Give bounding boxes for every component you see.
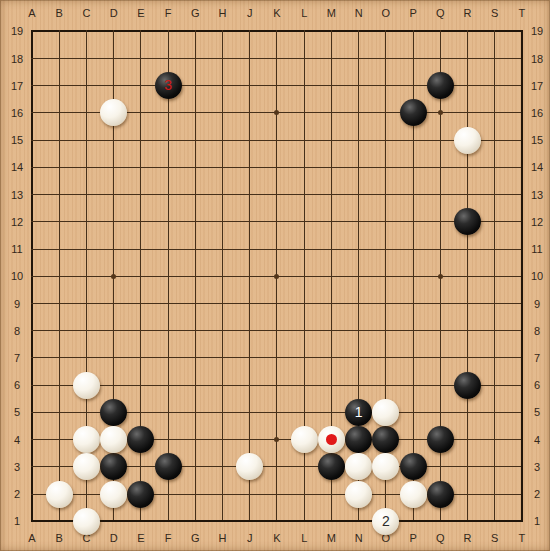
column-label-top: B	[47, 6, 71, 20]
column-label-bottom: D	[102, 531, 126, 545]
row-label-right: 8	[525, 324, 549, 338]
row-label-left: 3	[5, 460, 29, 474]
black-stone[interactable]	[372, 426, 399, 453]
column-label-top: L	[292, 6, 316, 20]
row-label-right: 19	[525, 24, 549, 38]
row-label-right: 9	[525, 297, 549, 311]
white-stone[interactable]	[100, 481, 127, 508]
row-label-left: 6	[5, 378, 29, 392]
row-label-right: 4	[525, 433, 549, 447]
black-stone[interactable]	[427, 481, 454, 508]
column-label-top: Q	[428, 6, 452, 20]
white-stone[interactable]	[100, 99, 127, 126]
row-label-left: 10	[5, 269, 29, 283]
white-stone[interactable]	[400, 481, 427, 508]
black-stone[interactable]: 3	[155, 72, 182, 99]
white-stone[interactable]	[100, 426, 127, 453]
row-label-left: 9	[5, 297, 29, 311]
black-stone[interactable]	[454, 208, 481, 235]
row-label-right: 2	[525, 487, 549, 501]
row-label-right: 15	[525, 133, 549, 147]
black-stone[interactable]	[400, 453, 427, 480]
row-label-left: 17	[5, 79, 29, 93]
column-label-bottom: B	[47, 531, 71, 545]
black-stone[interactable]	[427, 426, 454, 453]
column-label-bottom: E	[129, 531, 153, 545]
column-label-top: G	[183, 6, 207, 20]
column-label-bottom: P	[401, 531, 425, 545]
white-stone[interactable]	[345, 481, 372, 508]
column-label-top: R	[456, 6, 480, 20]
row-label-right: 14	[525, 160, 549, 174]
row-label-right: 18	[525, 52, 549, 66]
white-stone[interactable]	[73, 426, 100, 453]
row-label-left: 13	[5, 188, 29, 202]
column-label-top: F	[156, 6, 180, 20]
column-label-bottom: J	[238, 531, 262, 545]
black-stone[interactable]	[100, 399, 127, 426]
black-stone[interactable]	[127, 426, 154, 453]
grid-line-vertical	[521, 30, 523, 522]
column-label-top: D	[102, 6, 126, 20]
grid-line-horizontal	[31, 357, 523, 358]
star-point	[438, 110, 443, 115]
grid-line-horizontal	[31, 385, 523, 386]
white-stone[interactable]	[236, 453, 263, 480]
white-stone[interactable]	[372, 453, 399, 480]
row-label-right: 7	[525, 351, 549, 365]
black-stone[interactable]	[427, 72, 454, 99]
column-label-bottom: G	[183, 531, 207, 545]
black-stone[interactable]	[100, 453, 127, 480]
black-stone[interactable]	[127, 481, 154, 508]
column-label-bottom: T	[510, 531, 534, 545]
white-stone[interactable]	[372, 399, 399, 426]
white-stone[interactable]	[318, 426, 345, 453]
go-board-diagram: AABBCCDDEEFFGGHHJJKKLLMMNNOOPPQQRRSSTT19…	[0, 0, 550, 551]
row-label-right: 10	[525, 269, 549, 283]
move-number-label: 2	[382, 508, 390, 535]
row-label-left: 15	[5, 133, 29, 147]
star-point	[438, 274, 443, 279]
white-stone[interactable]	[454, 127, 481, 154]
column-label-bottom: M	[319, 531, 343, 545]
column-label-top: N	[347, 6, 371, 20]
row-label-left: 18	[5, 52, 29, 66]
column-label-bottom: R	[456, 531, 480, 545]
black-stone[interactable]	[345, 426, 372, 453]
move-number-label: 1	[355, 399, 363, 426]
row-label-left: 14	[5, 160, 29, 174]
white-stone[interactable]	[345, 453, 372, 480]
column-label-bottom: L	[292, 531, 316, 545]
column-label-top: S	[483, 6, 507, 20]
red-dot-marker	[326, 434, 337, 445]
white-stone[interactable]	[73, 453, 100, 480]
column-label-top: H	[211, 6, 235, 20]
column-label-top: O	[374, 6, 398, 20]
column-label-bottom: A	[20, 531, 44, 545]
black-stone[interactable]	[155, 453, 182, 480]
move-number-label: 3	[164, 72, 172, 99]
column-label-top: K	[265, 6, 289, 20]
row-label-right: 12	[525, 215, 549, 229]
row-label-right: 16	[525, 106, 549, 120]
black-stone[interactable]	[318, 453, 345, 480]
black-stone[interactable]: 1	[345, 399, 372, 426]
row-label-right: 1	[525, 514, 549, 528]
column-label-top: T	[510, 6, 534, 20]
row-label-left: 11	[5, 242, 29, 256]
star-point	[274, 110, 279, 115]
row-label-right: 5	[525, 405, 549, 419]
column-label-bottom: N	[347, 531, 371, 545]
star-point	[274, 437, 279, 442]
column-label-bottom: K	[265, 531, 289, 545]
row-label-right: 3	[525, 460, 549, 474]
row-label-left: 16	[5, 106, 29, 120]
column-label-top: E	[129, 6, 153, 20]
row-label-left: 1	[5, 514, 29, 528]
white-stone[interactable]	[73, 508, 100, 535]
row-label-right: 11	[525, 242, 549, 256]
row-label-left: 4	[5, 433, 29, 447]
row-label-right: 17	[525, 79, 549, 93]
column-label-top: M	[319, 6, 343, 20]
star-point	[111, 274, 116, 279]
black-stone[interactable]	[454, 372, 481, 399]
column-label-bottom: H	[211, 531, 235, 545]
row-label-left: 2	[5, 487, 29, 501]
row-label-right: 6	[525, 378, 549, 392]
star-point	[274, 274, 279, 279]
column-label-top: J	[238, 6, 262, 20]
white-stone[interactable]: 2	[372, 508, 399, 535]
black-stone[interactable]	[400, 99, 427, 126]
column-label-bottom: Q	[428, 531, 452, 545]
column-label-top: P	[401, 6, 425, 20]
column-label-bottom: F	[156, 531, 180, 545]
white-stone[interactable]	[73, 372, 100, 399]
white-stone[interactable]	[46, 481, 73, 508]
row-label-left: 19	[5, 24, 29, 38]
grid-line-vertical	[467, 30, 468, 522]
grid-line-horizontal	[31, 330, 523, 331]
row-label-left: 7	[5, 351, 29, 365]
grid-line-horizontal	[31, 520, 523, 522]
grid-line-horizontal	[31, 303, 523, 304]
column-label-top: C	[74, 6, 98, 20]
row-label-left: 5	[5, 405, 29, 419]
row-label-left: 8	[5, 324, 29, 338]
column-label-bottom: S	[483, 531, 507, 545]
column-label-top: A	[20, 6, 44, 20]
row-label-left: 12	[5, 215, 29, 229]
grid-line-vertical	[494, 30, 495, 522]
white-stone[interactable]	[291, 426, 318, 453]
row-label-right: 13	[525, 188, 549, 202]
